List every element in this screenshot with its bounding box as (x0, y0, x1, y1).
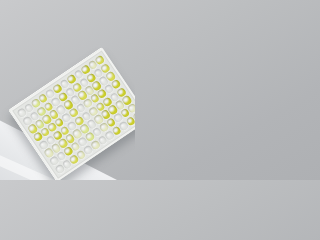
photo-scene (0, 0, 135, 180)
